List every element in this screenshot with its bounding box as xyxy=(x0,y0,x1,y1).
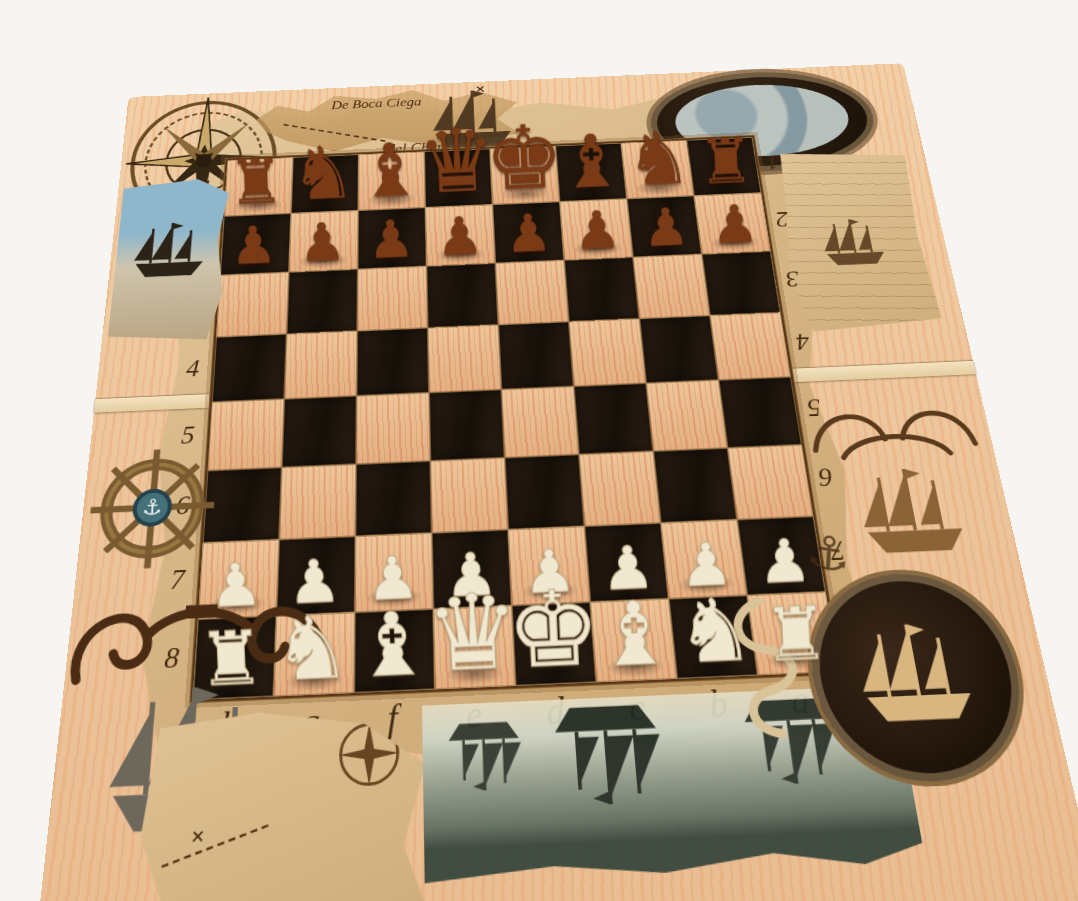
piece-dark-pawn-g2[interactable]: ♟ xyxy=(298,216,347,270)
square-f6[interactable] xyxy=(355,461,431,536)
square-f3[interactable] xyxy=(357,266,428,331)
chess-board: ♜♞♝♛♚♝♞♜♟♟♟♟♟♟♟♟♟♟♟♟♟♟♟♟♜♞♝♛♚♝♞♜ xyxy=(190,136,841,703)
square-h5[interactable] xyxy=(207,399,284,471)
square-f5[interactable] xyxy=(356,393,430,465)
treasure-x-mark: ✕ xyxy=(190,828,205,847)
piece-dark-pawn-d2[interactable]: ♟ xyxy=(504,207,553,261)
square-e5[interactable] xyxy=(429,389,505,460)
square-b8[interactable]: ♞ xyxy=(669,595,758,679)
piece-light-pawn-a7[interactable]: ♟ xyxy=(757,531,813,593)
scroll-flourish-icon xyxy=(796,376,992,486)
square-g2[interactable]: ♟ xyxy=(289,210,358,272)
square-d1[interactable]: ♚ xyxy=(490,146,560,205)
square-d2[interactable]: ♟ xyxy=(493,202,565,264)
square-f4[interactable] xyxy=(357,328,429,396)
ship-painting-left xyxy=(107,178,230,344)
square-c6[interactable] xyxy=(579,451,661,526)
square-e1[interactable]: ♛ xyxy=(424,149,492,208)
piece-dark-rook-h1[interactable]: ♜ xyxy=(227,150,285,214)
piece-dark-pawn-c2[interactable]: ♟ xyxy=(573,204,622,258)
piece-light-bishop-f8[interactable]: ♝ xyxy=(352,600,434,691)
galleon-icon xyxy=(830,600,1001,740)
square-a2[interactable]: ♟ xyxy=(694,193,771,254)
square-a3[interactable] xyxy=(702,251,781,315)
square-a5[interactable] xyxy=(719,377,802,448)
square-g1[interactable]: ♞ xyxy=(291,154,359,213)
square-b1[interactable]: ♞ xyxy=(621,140,694,199)
piece-dark-pawn-f2[interactable]: ♟ xyxy=(366,213,415,267)
harbor-ship-icon-2 xyxy=(521,694,699,824)
ship-sketch-icon xyxy=(805,211,901,271)
square-d5[interactable] xyxy=(501,386,579,457)
piece-light-pawn-h7[interactable]: ♟ xyxy=(208,555,264,617)
piece-dark-pawn-a2[interactable]: ♟ xyxy=(710,198,759,252)
piece-dark-pawn-e2[interactable]: ♟ xyxy=(435,210,484,264)
piece-dark-pawn-b2[interactable]: ♟ xyxy=(642,201,691,255)
piece-light-rook-a8[interactable]: ♜ xyxy=(761,596,831,673)
map-x-mark: ✕ xyxy=(475,84,486,95)
square-h4[interactable] xyxy=(212,334,287,402)
perspective-scene: De Boca Ciega del Chan ✕ ♜♞♝♛♚♝♞♜♟♟♟♟♟♟♟… xyxy=(88,0,988,893)
photo-background: De Boca Ciega del Chan ✕ ♜♞♝♛♚♝♞♜♟♟♟♟♟♟♟… xyxy=(0,0,1078,901)
piece-dark-pawn-h2[interactable]: ♟ xyxy=(229,219,278,273)
chess-box-lid: De Boca Ciega del Chan ✕ ♜♞♝♛♚♝♞♜♟♟♟♟♟♟♟… xyxy=(33,63,1078,901)
square-g5[interactable] xyxy=(282,396,357,468)
square-c1[interactable]: ♝ xyxy=(555,143,626,202)
square-h1[interactable]: ♜ xyxy=(224,157,293,216)
square-c8[interactable]: ♝ xyxy=(590,599,677,683)
square-f2[interactable]: ♟ xyxy=(358,208,427,270)
square-d6[interactable] xyxy=(505,454,585,529)
piece-light-king-d8[interactable]: ♚ xyxy=(504,575,602,684)
square-d3[interactable] xyxy=(495,260,569,325)
piece-light-rook-h8[interactable]: ♜ xyxy=(197,620,267,697)
engraved-ship-icon xyxy=(831,432,994,586)
square-g4[interactable] xyxy=(284,331,357,399)
square-a6[interactable] xyxy=(728,445,814,520)
square-e2[interactable]: ♟ xyxy=(425,205,495,267)
square-b2[interactable]: ♟ xyxy=(627,196,702,257)
square-g6[interactable] xyxy=(279,464,356,539)
square-f8[interactable]: ♝ xyxy=(354,609,435,693)
square-d8[interactable]: ♚ xyxy=(512,602,597,686)
piece-light-knight-b8[interactable]: ♞ xyxy=(674,586,756,677)
square-c2[interactable]: ♟ xyxy=(560,199,633,260)
square-b5[interactable] xyxy=(646,380,727,451)
square-b3[interactable] xyxy=(633,254,710,318)
square-b6[interactable] xyxy=(653,448,737,523)
piece-dark-bishop-c1[interactable]: ♝ xyxy=(557,125,625,200)
square-f1[interactable]: ♝ xyxy=(358,152,425,211)
square-c4[interactable] xyxy=(569,319,646,387)
square-e6[interactable] xyxy=(430,458,508,533)
square-h2[interactable]: ♟ xyxy=(220,213,291,275)
square-c5[interactable] xyxy=(574,383,653,454)
piece-light-bishop-c8[interactable]: ♝ xyxy=(594,589,676,680)
map-label-del-chan: del Chan xyxy=(387,140,445,156)
square-g8[interactable]: ♞ xyxy=(273,612,354,696)
square-e8[interactable]: ♛ xyxy=(433,606,515,690)
piece-light-knight-g8[interactable]: ♞ xyxy=(271,603,353,694)
